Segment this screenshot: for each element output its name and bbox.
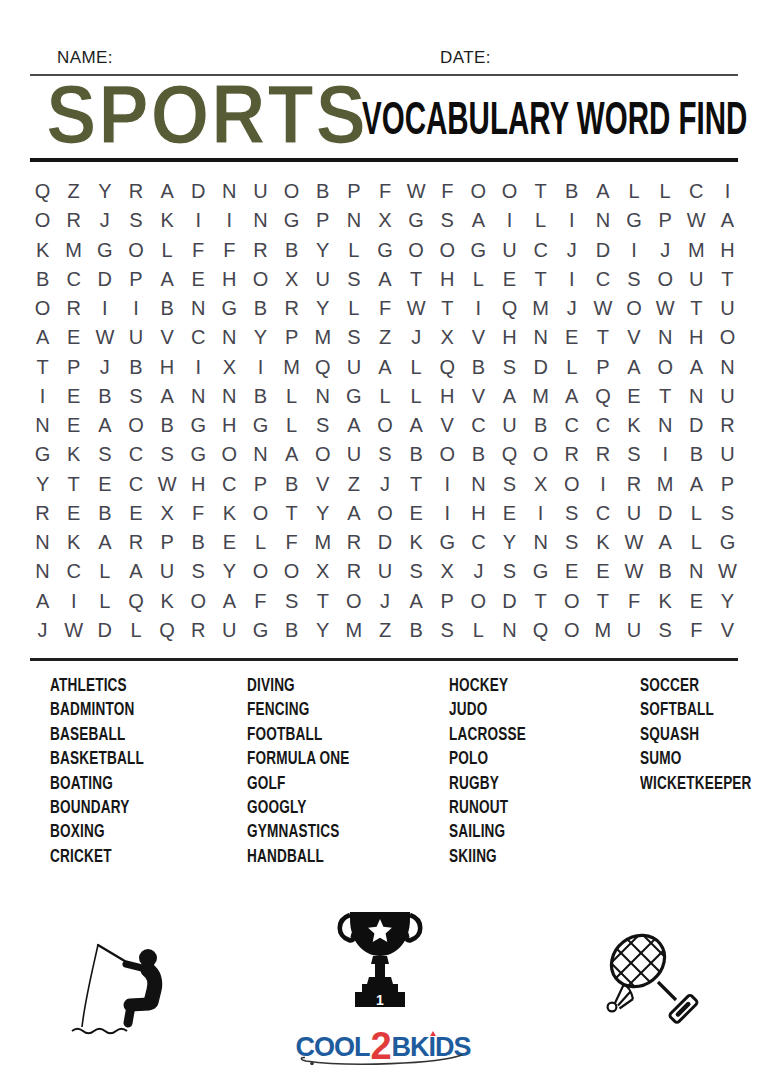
grid-cell: S <box>89 440 120 469</box>
grid-cell: C <box>587 265 618 294</box>
grid-cell: O <box>494 177 525 206</box>
grid-cell: U <box>152 557 183 586</box>
grid-cell: B <box>650 557 681 586</box>
grid-cell: U <box>712 382 743 411</box>
grid-cell: G <box>401 206 432 235</box>
grid-cell: U <box>307 265 338 294</box>
grid-cell: K <box>27 236 58 265</box>
grid-cell: P <box>276 323 307 352</box>
grid-cell: R <box>245 236 276 265</box>
grid-cell: N <box>245 206 276 235</box>
grid-cell: S <box>494 470 525 499</box>
grid-cell: R <box>338 557 369 586</box>
grid-cell: J <box>369 587 400 616</box>
grid-cell: C <box>58 557 89 586</box>
grid-cell: N <box>245 440 276 469</box>
grid-cell: N <box>183 382 214 411</box>
grid-cell: X <box>307 557 338 586</box>
grid-cell: R <box>183 616 214 645</box>
grid-cell: A <box>338 411 369 440</box>
grid-cell: O <box>27 206 58 235</box>
grid-cell: Q <box>27 177 58 206</box>
fishing-icon <box>62 922 166 1044</box>
grid-cell: I <box>556 265 587 294</box>
grid-cell: E <box>401 499 432 528</box>
grid-cell: F <box>432 177 463 206</box>
grid-cell: A <box>681 470 712 499</box>
grid-cell: O <box>650 265 681 294</box>
grid-cell: O <box>650 353 681 382</box>
grid-cell: B <box>463 353 494 382</box>
grid-cell: C <box>463 528 494 557</box>
grid-cell: D <box>681 411 712 440</box>
grid-cell: C <box>183 323 214 352</box>
grid-cell: I <box>120 294 151 323</box>
grid-cell: O <box>120 411 151 440</box>
grid-cell: B <box>27 265 58 294</box>
grid-cell: F <box>245 587 276 616</box>
grid-cell: R <box>58 294 89 323</box>
grid-cell: L <box>650 177 681 206</box>
grid-cell: O <box>463 177 494 206</box>
grid-cell: P <box>307 206 338 235</box>
grid-cell: L <box>525 206 556 235</box>
grid-cell: T <box>525 265 556 294</box>
grid-cell: R <box>276 294 307 323</box>
grid-cell: A <box>89 411 120 440</box>
grid-cell: R <box>587 440 618 469</box>
trophy-rank: 1 <box>376 992 384 1008</box>
grid-cell: N <box>307 382 338 411</box>
name-label: NAME: <box>57 48 113 68</box>
grid-cell: V <box>463 382 494 411</box>
grid-cell: A <box>556 382 587 411</box>
grid-cell: X <box>432 557 463 586</box>
title-divider <box>30 158 738 162</box>
grid-cell: L <box>152 236 183 265</box>
grid-cell: D <box>650 499 681 528</box>
grid-cell: P <box>152 528 183 557</box>
grid-cell: J <box>401 323 432 352</box>
grid-cell: W <box>89 323 120 352</box>
grid-cell: O <box>245 265 276 294</box>
grid-cell: T <box>681 294 712 323</box>
word-item: FORMULA ONE <box>247 749 350 767</box>
grid-cell: U <box>494 236 525 265</box>
grid-cell: A <box>369 353 400 382</box>
grid-cell: Z <box>369 323 400 352</box>
grid-cell: O <box>214 440 245 469</box>
grid-cell: J <box>556 236 587 265</box>
grid-cell: J <box>556 294 587 323</box>
grid-cell: S <box>338 265 369 294</box>
date-label: DATE: <box>440 48 491 68</box>
grid-cell: E <box>183 265 214 294</box>
grid-cell: H <box>432 265 463 294</box>
grid-cell: B <box>245 294 276 323</box>
grid-cell: A <box>494 382 525 411</box>
grid-cell: C <box>463 411 494 440</box>
grid-cell: K <box>618 411 649 440</box>
page-subtitle: VOCABULARY WORD FIND <box>362 96 747 142</box>
grid-cell: P <box>338 177 369 206</box>
grid-cell: B <box>276 470 307 499</box>
grid-cell: T <box>307 587 338 616</box>
grid-cell: H <box>463 499 494 528</box>
grid-cell: F <box>183 236 214 265</box>
word-item: BASEBALL <box>50 725 144 743</box>
grid-cell: O <box>276 557 307 586</box>
grid-cell: L <box>120 616 151 645</box>
grid-cell: S <box>494 353 525 382</box>
grid-cell: B <box>401 440 432 469</box>
grid-cell: Q <box>494 294 525 323</box>
grid-cell: R <box>120 177 151 206</box>
grid-cell: E <box>120 499 151 528</box>
grid-cell: I <box>525 499 556 528</box>
grid-cell: A <box>650 528 681 557</box>
grid-cell: T <box>712 265 743 294</box>
grid-cell: G <box>89 236 120 265</box>
grid-cell: A <box>681 353 712 382</box>
grid-cell: W <box>618 528 649 557</box>
grid-cell: G <box>338 382 369 411</box>
worksheet-page: NAME: DATE: SPORTS VOCABULARY WORD FIND … <box>0 0 768 1086</box>
word-item: ATHLETICS <box>50 676 144 694</box>
grid-cell: L <box>338 294 369 323</box>
grid-cell: J <box>463 557 494 586</box>
grid-cell: N <box>27 557 58 586</box>
grid-cell: J <box>650 236 681 265</box>
grid-cell: U <box>338 440 369 469</box>
grid-cell: C <box>587 411 618 440</box>
grid-cell: S <box>120 382 151 411</box>
grid-cell: I <box>89 294 120 323</box>
grid-cell: U <box>618 616 649 645</box>
grid-cell: V <box>307 470 338 499</box>
grid-cell: G <box>183 411 214 440</box>
grid-cell: X <box>432 323 463 352</box>
grid-cell: F <box>276 528 307 557</box>
grid-cell: N <box>525 528 556 557</box>
grid-cell: M <box>307 528 338 557</box>
word-list-column-1: ATHLETICSBADMINTONBASEBALLBASKETBALLBOAT… <box>50 676 160 871</box>
grid-cell: K <box>58 440 89 469</box>
grid-cell: H <box>152 353 183 382</box>
grid-cell: S <box>650 616 681 645</box>
grid-cell: M <box>338 616 369 645</box>
grid-cell: O <box>463 587 494 616</box>
grid-cell: X <box>369 206 400 235</box>
grid-cell: R <box>712 411 743 440</box>
grid-cell: J <box>27 616 58 645</box>
grid-cell: B <box>89 382 120 411</box>
grid-cell: E <box>556 323 587 352</box>
grid-cell: U <box>214 616 245 645</box>
grid-cell: M <box>58 236 89 265</box>
grid-cell: I <box>463 294 494 323</box>
grid-cell: N <box>587 206 618 235</box>
grid-cell: D <box>494 587 525 616</box>
grid-cell: N <box>214 177 245 206</box>
word-grid: QZYRADNUOBPFWFOOTBALLCIORJSKIINGPNXGSAIL… <box>27 177 743 645</box>
grid-cell: Q <box>307 353 338 382</box>
grid-cell: O <box>556 470 587 499</box>
word-item: DIVING <box>247 676 350 694</box>
grid-cell: N <box>681 382 712 411</box>
grid-cell: T <box>58 470 89 499</box>
grid-cell: Q <box>432 353 463 382</box>
grid-cell: S <box>712 499 743 528</box>
grid-cell: P <box>587 353 618 382</box>
grid-cell: T <box>276 499 307 528</box>
grid-cell: E <box>681 587 712 616</box>
grid-cell: I <box>432 470 463 499</box>
grid-cell: M <box>307 323 338 352</box>
word-item: CRICKET <box>50 847 144 865</box>
grid-cell: R <box>120 528 151 557</box>
grid-cell: E <box>494 265 525 294</box>
word-list-column-2: DIVINGFENCINGFOOTBALLFORMULA ONEGOLFGOOG… <box>247 676 368 871</box>
grid-cell: P <box>120 265 151 294</box>
grid-cell: W <box>587 294 618 323</box>
grid-cell: U <box>245 177 276 206</box>
grid-cell: U <box>618 499 649 528</box>
grid-cell: I <box>27 382 58 411</box>
grid-cell: I <box>712 177 743 206</box>
grid-cell: F <box>214 236 245 265</box>
grid-cell: P <box>58 353 89 382</box>
grid-cell: I <box>183 206 214 235</box>
grid-cell: V <box>152 323 183 352</box>
grid-cell: B <box>183 528 214 557</box>
grid-cell: S <box>618 440 649 469</box>
grid-cell: R <box>338 528 369 557</box>
grid-cell: B <box>120 353 151 382</box>
word-item: RUGBY <box>449 774 526 792</box>
grid-cell: C <box>681 177 712 206</box>
grid-cell: I <box>432 499 463 528</box>
word-item: GOOGLY <box>247 798 350 816</box>
grid-cell: F <box>183 499 214 528</box>
grid-cell: Y <box>27 470 58 499</box>
grid-cell: U <box>712 294 743 323</box>
grid-cell: T <box>432 294 463 323</box>
grid-cell: D <box>587 236 618 265</box>
grid-cell: I <box>245 353 276 382</box>
grid-cell: A <box>27 587 58 616</box>
grid-cell: V <box>463 323 494 352</box>
page-title: SPORTS <box>46 78 368 150</box>
word-item: POLO <box>449 749 526 767</box>
grid-cell: T <box>401 265 432 294</box>
grid-cell: G <box>618 206 649 235</box>
grid-cell: S <box>307 411 338 440</box>
grid-cell: S <box>556 528 587 557</box>
grid-cell: B <box>89 499 120 528</box>
grid-cell: I <box>650 440 681 469</box>
word-item: FENCING <box>247 700 350 718</box>
grid-cell: A <box>89 528 120 557</box>
word-item: RUNOUT <box>449 798 526 816</box>
grid-cell: I <box>587 470 618 499</box>
grid-cell: G <box>276 206 307 235</box>
grid-cell: N <box>712 353 743 382</box>
grid-cell: A <box>152 382 183 411</box>
grid-cell: Y <box>307 294 338 323</box>
grid-cell: R <box>556 440 587 469</box>
grid-cell: E <box>58 382 89 411</box>
grid-cell: B <box>245 382 276 411</box>
grid-cell: I <box>556 206 587 235</box>
grid-cell: Y <box>712 587 743 616</box>
grid-cell: O <box>369 411 400 440</box>
grid-cell: Y <box>307 499 338 528</box>
grid-cell: X <box>152 499 183 528</box>
grid-cell: L <box>463 265 494 294</box>
grid-cell: L <box>89 587 120 616</box>
grid-cell: E <box>214 528 245 557</box>
grid-cell: N <box>27 411 58 440</box>
grid-cell: Q <box>120 587 151 616</box>
grid-cell: L <box>369 382 400 411</box>
grid-cell: N <box>525 323 556 352</box>
grid-cell: W <box>58 616 89 645</box>
grid-cell: U <box>494 411 525 440</box>
grid-cell: V <box>618 323 649 352</box>
grid-cell: J <box>369 470 400 499</box>
grid-cell: B <box>276 616 307 645</box>
grid-cell: F <box>369 294 400 323</box>
grid-cell: N <box>27 528 58 557</box>
grid-cell: B <box>401 616 432 645</box>
grid-cell: Y <box>214 557 245 586</box>
grid-cell: E <box>58 323 89 352</box>
grid-cell: G <box>245 411 276 440</box>
trophy-icon: 1 <box>324 904 436 1015</box>
grid-cell: N <box>214 382 245 411</box>
grid-cell: E <box>58 411 89 440</box>
grid-cell: T <box>525 587 556 616</box>
grid-cell: B <box>525 411 556 440</box>
grid-cell: G <box>27 440 58 469</box>
grid-cell: O <box>183 587 214 616</box>
grid-cell: K <box>152 206 183 235</box>
grid-cell: T <box>587 323 618 352</box>
grid-cell: A <box>276 440 307 469</box>
grid-cell: O <box>245 557 276 586</box>
grid-cell: Y <box>307 236 338 265</box>
grid-cell: M <box>525 382 556 411</box>
grid-cell: A <box>401 411 432 440</box>
grid-cell: X <box>276 265 307 294</box>
word-item: BOATING <box>50 774 144 792</box>
grid-cell: X <box>525 470 556 499</box>
grid-cell: W <box>401 294 432 323</box>
grid-cell: A <box>587 177 618 206</box>
grid-cell: S <box>432 616 463 645</box>
word-item: BOXING <box>50 822 144 840</box>
grid-cell: I <box>214 206 245 235</box>
grid-cell: W <box>681 206 712 235</box>
grid-cell: S <box>618 265 649 294</box>
grid-cell: I <box>58 587 89 616</box>
grid-cell: O <box>432 440 463 469</box>
grid-cell: A <box>369 265 400 294</box>
grid-cell: T <box>650 382 681 411</box>
grid-cell: G <box>214 294 245 323</box>
grid-cell: U <box>338 353 369 382</box>
grid-cell: S <box>120 206 151 235</box>
grid-cell: R <box>618 470 649 499</box>
word-list-column-4: SOCCERSOFTBALLSQUASHSUMOWICKETKEEPER <box>640 676 768 798</box>
grid-cell: F <box>369 177 400 206</box>
grid-cell: L <box>401 382 432 411</box>
grid-cell: E <box>587 557 618 586</box>
grid-cell: A <box>463 206 494 235</box>
grid-cell: L <box>556 353 587 382</box>
grid-cell: A <box>401 587 432 616</box>
grid-cell: P <box>712 470 743 499</box>
grid-cell: Z <box>369 616 400 645</box>
grid-cell: D <box>525 353 556 382</box>
grid-cell: M <box>525 294 556 323</box>
grid-cell: O <box>245 499 276 528</box>
grid-cell: A <box>152 265 183 294</box>
grid-cell: H <box>432 382 463 411</box>
grid-cell: C <box>556 411 587 440</box>
grid-cell: Z <box>58 177 89 206</box>
grid-cell: L <box>401 353 432 382</box>
grid-cell: V <box>432 411 463 440</box>
grid-cell: N <box>494 616 525 645</box>
grid-cell: K <box>587 528 618 557</box>
grid-cell: T <box>27 353 58 382</box>
grid-cell: U <box>681 265 712 294</box>
grid-cell: O <box>556 616 587 645</box>
grid-cell: P <box>245 470 276 499</box>
grid-cell: O <box>618 294 649 323</box>
grid-cell: B <box>556 177 587 206</box>
grid-cell: E <box>494 499 525 528</box>
grid-cell: H <box>214 411 245 440</box>
grid-cell: Y <box>307 616 338 645</box>
word-item: GYMNASTICS <box>247 822 350 840</box>
badminton-racket-icon <box>596 918 704 1042</box>
grid-cell: O <box>338 587 369 616</box>
grid-cell: S <box>369 440 400 469</box>
grid-cell: L <box>245 528 276 557</box>
grid-cell: A <box>618 353 649 382</box>
grid-cell: O <box>120 236 151 265</box>
word-item: SOFTBALL <box>640 700 752 718</box>
grid-cell: J <box>89 353 120 382</box>
word-item: SUMO <box>640 749 752 767</box>
grid-cell: B <box>463 440 494 469</box>
grid-cell: N <box>650 323 681 352</box>
grid-cell: L <box>681 499 712 528</box>
grid-cell: A <box>120 557 151 586</box>
grid-cell: Y <box>89 177 120 206</box>
grid-cell: S <box>338 323 369 352</box>
grid-cell: B <box>307 177 338 206</box>
grid-cell: M <box>276 353 307 382</box>
grid-cell: S <box>276 587 307 616</box>
grid-cell: G <box>432 528 463 557</box>
grid-cell: K <box>58 528 89 557</box>
grid-cell: A <box>338 499 369 528</box>
grid-cell: T <box>525 177 556 206</box>
